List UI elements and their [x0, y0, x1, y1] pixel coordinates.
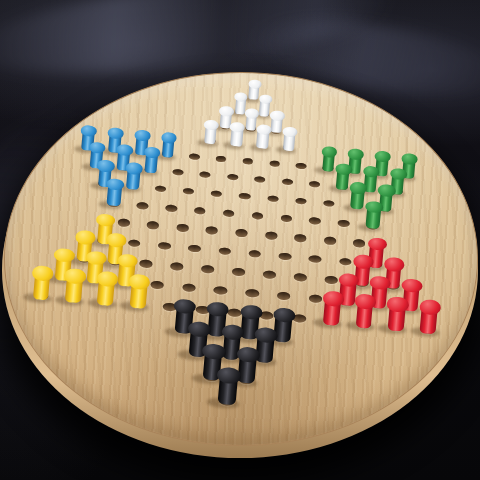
hole[interactable]	[183, 188, 195, 195]
hole[interactable]	[338, 219, 350, 227]
hole[interactable]	[216, 156, 227, 163]
hole[interactable]	[251, 212, 263, 220]
hole[interactable]	[165, 204, 177, 212]
hole[interactable]	[213, 286, 227, 295]
hole[interactable]	[218, 247, 231, 255]
peg-red[interactable]	[417, 299, 441, 334]
hole[interactable]	[269, 160, 280, 167]
peg-cap	[106, 233, 127, 248]
peg-cap	[354, 294, 377, 310]
peg-yellow[interactable]	[30, 265, 54, 300]
peg-cap	[353, 254, 374, 269]
hole[interactable]	[296, 163, 307, 170]
hole[interactable]	[245, 289, 259, 298]
scene	[0, 0, 480, 480]
peg-blue[interactable]	[160, 132, 178, 158]
hole[interactable]	[280, 214, 292, 222]
peg-cap	[219, 106, 234, 117]
hole[interactable]	[170, 262, 184, 271]
hole[interactable]	[182, 283, 196, 292]
peg-white[interactable]	[202, 120, 219, 145]
peg-cap	[125, 162, 143, 175]
peg-blue[interactable]	[104, 178, 124, 207]
peg-yellow[interactable]	[127, 274, 151, 309]
peg-cap	[254, 326, 278, 343]
hole[interactable]	[262, 270, 276, 279]
peg-cap	[81, 125, 98, 137]
hole[interactable]	[200, 171, 211, 178]
hole[interactable]	[309, 255, 322, 263]
hole[interactable]	[200, 265, 214, 274]
peg-cap	[378, 184, 396, 197]
hole[interactable]	[147, 221, 160, 229]
peg-cap	[248, 79, 262, 89]
star-layer	[0, 0, 480, 480]
hole[interactable]	[211, 190, 223, 197]
hole[interactable]	[188, 244, 201, 252]
peg-cap	[384, 257, 405, 272]
peg-cap	[97, 160, 115, 173]
hole[interactable]	[294, 234, 307, 242]
hole[interactable]	[189, 153, 200, 160]
hole[interactable]	[139, 259, 153, 268]
hole[interactable]	[295, 197, 307, 204]
hole[interactable]	[136, 202, 148, 210]
hole[interactable]	[117, 219, 130, 227]
peg-cap	[32, 265, 55, 281]
hole[interactable]	[324, 237, 337, 245]
hole[interactable]	[309, 217, 321, 225]
peg-cap	[75, 230, 96, 245]
hole[interactable]	[172, 169, 183, 176]
peg-cap	[401, 153, 418, 165]
hole[interactable]	[231, 268, 245, 277]
hole[interactable]	[158, 241, 171, 249]
hole[interactable]	[353, 239, 366, 247]
hole[interactable]	[282, 179, 293, 186]
peg-cap	[64, 268, 87, 284]
peg-blue[interactable]	[124, 162, 143, 190]
hole[interactable]	[242, 158, 253, 165]
hole[interactable]	[293, 273, 307, 282]
peg-cap	[107, 127, 124, 139]
hole[interactable]	[267, 195, 279, 202]
peg-cap	[270, 110, 285, 121]
hole[interactable]	[235, 229, 248, 237]
peg-cap	[348, 148, 365, 160]
hole[interactable]	[248, 249, 261, 257]
hole[interactable]	[323, 200, 335, 207]
peg-blue[interactable]	[142, 147, 161, 174]
hole[interactable]	[254, 176, 265, 183]
hole[interactable]	[265, 232, 278, 240]
hole[interactable]	[279, 252, 292, 260]
peg-white[interactable]	[254, 124, 271, 149]
peg-white[interactable]	[228, 122, 245, 147]
hole[interactable]	[227, 174, 238, 181]
hole[interactable]	[128, 239, 141, 247]
hole[interactable]	[206, 226, 219, 234]
hole[interactable]	[308, 295, 322, 304]
peg-red[interactable]	[320, 291, 344, 326]
peg-yellow[interactable]	[62, 268, 86, 303]
peg-cap	[161, 132, 178, 144]
peg-green[interactable]	[363, 200, 383, 229]
peg-cap	[374, 151, 391, 163]
peg-cap	[134, 130, 151, 142]
hole[interactable]	[324, 276, 338, 285]
hole[interactable]	[239, 192, 251, 199]
hole[interactable]	[194, 207, 206, 215]
hole[interactable]	[176, 224, 189, 232]
peg-cap	[321, 146, 338, 158]
hole[interactable]	[155, 185, 167, 192]
peg-yellow[interactable]	[94, 271, 118, 306]
peg-red[interactable]	[353, 294, 377, 329]
peg-white[interactable]	[280, 127, 297, 152]
hole[interactable]	[150, 281, 164, 290]
peg-cap	[244, 108, 259, 119]
hole[interactable]	[277, 292, 291, 301]
hole[interactable]	[309, 181, 320, 188]
peg-cap	[128, 274, 151, 290]
peg-black[interactable]	[214, 366, 241, 405]
hole[interactable]	[223, 209, 235, 217]
peg-red[interactable]	[385, 297, 409, 332]
peg-cap	[350, 182, 368, 195]
hole[interactable]	[339, 257, 352, 265]
peg-cap	[387, 297, 410, 313]
